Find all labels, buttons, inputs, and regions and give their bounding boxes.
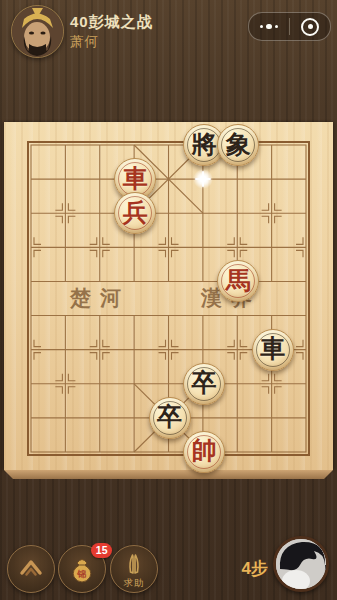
hint-bag-button[interactable]: 锦 15 <box>58 545 106 593</box>
ask-help-button[interactable]: 求助 <box>110 545 158 593</box>
piece-black-soldier[interactable]: 卒 <box>149 397 191 439</box>
target-circle-icon <box>301 18 319 36</box>
puzzle-subtitle: 萧何 <box>70 32 153 52</box>
piece-character: 卒 <box>191 370 216 395</box>
hint-count-badge: 15 <box>91 543 112 558</box>
opponent-portrait-icon <box>276 539 326 589</box>
xiangqi-board[interactable]: 楚河漢界將象車兵馬車卒卒帥 <box>4 122 333 470</box>
title-block: 40彭城之战 萧何 <box>70 11 153 52</box>
piece-black-chariot[interactable]: 車 <box>252 329 294 371</box>
piece-black-elephant[interactable]: 象 <box>217 124 259 166</box>
piece-character: 將 <box>191 132 216 157</box>
piece-character: 兵 <box>123 200 148 225</box>
help-label: 求助 <box>111 577 157 590</box>
more-options-button[interactable] <box>249 13 289 40</box>
board-panel: 楚河漢界將象車兵馬車卒卒帥 <box>4 122 333 470</box>
piece-character: 車 <box>260 336 285 361</box>
sparkle-effect <box>193 169 213 189</box>
steps-counter: 4步 <box>242 557 268 580</box>
bottom-bar: 锦 15 求助 4步 <box>0 520 337 600</box>
piece-red-soldier[interactable]: 兵 <box>114 192 156 234</box>
player-avatar <box>11 5 64 58</box>
piece-character: 車 <box>123 166 148 191</box>
piece-character: 象 <box>226 132 251 157</box>
ellipsis-icon <box>260 24 279 30</box>
river-label-left: 楚河 <box>70 284 130 312</box>
piece-black-soldier[interactable]: 卒 <box>183 363 225 405</box>
board-panel-bevel <box>4 470 333 479</box>
puzzle-title: 40彭城之战 <box>70 11 153 32</box>
general-portrait-icon <box>12 6 63 57</box>
bag-character: 锦 <box>77 569 87 579</box>
miniprogram-capsule <box>248 12 331 41</box>
piece-red-general[interactable]: 帥 <box>183 431 225 473</box>
menu-button[interactable] <box>7 545 55 593</box>
header: 40彭城之战 萧何 <box>0 0 337 122</box>
piece-character: 馬 <box>226 268 251 293</box>
praying-hands-icon <box>121 553 147 577</box>
app-screen: 40彭城之战 萧何 楚河漢界將象車兵馬車卒卒帥 <box>0 0 337 600</box>
opponent-avatar <box>273 536 329 592</box>
money-bag-icon: 锦 <box>67 554 97 584</box>
close-minimize-button[interactable] <box>290 13 330 40</box>
piece-character: 卒 <box>157 404 182 429</box>
piece-character: 帥 <box>191 438 216 463</box>
chevron-up-icon <box>17 555 45 583</box>
